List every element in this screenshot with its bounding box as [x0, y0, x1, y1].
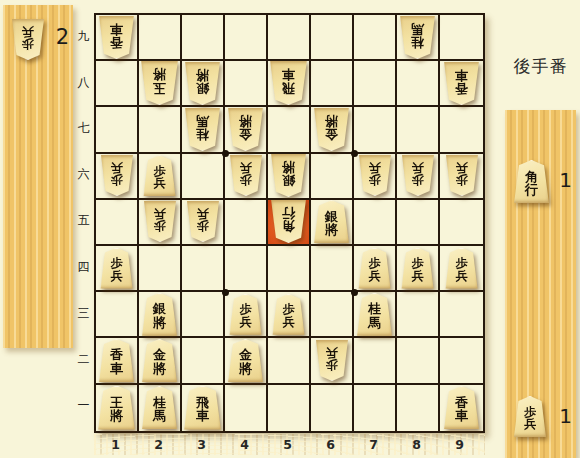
shogi-piece-銀將-sente[interactable]: 銀將 — [270, 154, 307, 197]
piece-face: 歩兵 — [445, 248, 479, 289]
square-f8-r1[interactable] — [397, 385, 440, 431]
square-f8-r5[interactable] — [397, 200, 440, 246]
piece-face: 飛車 — [183, 386, 222, 430]
square-f7-r5[interactable] — [354, 200, 397, 246]
piece-face: 香車 — [98, 339, 135, 382]
hand-count: 1 — [559, 168, 572, 192]
file-label-5: 5 — [266, 434, 309, 455]
shogi-piece-香車-gote[interactable]: 香車 — [98, 339, 135, 382]
shogi-piece-香車-sente[interactable]: 香車 — [98, 16, 135, 59]
piece-face: 歩兵 — [100, 155, 134, 196]
shogi-piece-香車-gote[interactable]: 香車 — [443, 386, 480, 429]
square-f1-r8[interactable] — [96, 61, 139, 107]
piece-face: 香車 — [443, 386, 480, 429]
square-f4-r6[interactable]: 歩兵 — [225, 154, 268, 200]
square-f2-r8[interactable]: 玉將 — [139, 61, 182, 107]
square-f3-r6[interactable] — [182, 154, 225, 200]
square-f7-r3[interactable]: 桂馬 — [354, 292, 397, 338]
square-f4-r2[interactable]: 金將 — [225, 338, 268, 384]
sente-hand-tray: 歩兵2 — [3, 5, 73, 348]
shogi-piece-歩兵-gote[interactable]: 歩兵 — [401, 248, 435, 289]
square-f1-r1[interactable]: 王將 — [96, 385, 139, 431]
shogi-piece-金將-sente[interactable]: 金將 — [227, 108, 264, 151]
square-f2-r3[interactable]: 銀將 — [139, 292, 182, 338]
last-move-square-f5-r5[interactable]: 角行 — [268, 200, 311, 246]
piece-face: 金將 — [141, 339, 178, 382]
square-f6-r3[interactable] — [311, 292, 354, 338]
piece-face: 桂馬 — [184, 108, 221, 151]
piece-face: 桂馬 — [356, 293, 393, 336]
square-f1-r5[interactable] — [96, 200, 139, 246]
rank-label-四: 四 — [74, 244, 93, 290]
file-label-7: 7 — [352, 434, 395, 455]
square-f9-r2[interactable] — [440, 338, 483, 384]
square-f1-r4[interactable]: 歩兵 — [96, 246, 139, 292]
piece-face: 玉將 — [140, 61, 179, 105]
shogi-piece-銀將-gote[interactable]: 銀將 — [141, 293, 178, 336]
shogi-piece-歩兵-sente[interactable]: 歩兵 — [11, 19, 45, 60]
file-labels: 123456789 — [94, 434, 485, 455]
piece-face: 銀將 — [313, 200, 350, 243]
shogi-piece-歩兵-sente[interactable]: 歩兵 — [445, 155, 479, 196]
piece-face: 歩兵 — [401, 155, 435, 196]
square-f2-r7[interactable] — [139, 107, 182, 153]
square-f6-r1[interactable] — [311, 385, 354, 431]
square-f4-r3[interactable]: 歩兵 — [225, 292, 268, 338]
square-f7-r6[interactable]: 歩兵 — [354, 154, 397, 200]
square-f9-r9[interactable] — [440, 15, 483, 61]
shogi-piece-桂馬-sente[interactable]: 桂馬 — [184, 108, 221, 151]
shogi-piece-歩兵-sente[interactable]: 歩兵 — [186, 201, 220, 242]
square-f3-r8[interactable]: 銀將 — [182, 61, 225, 107]
square-f9-r3[interactable] — [440, 292, 483, 338]
shogi-piece-金將-gote[interactable]: 金將 — [227, 339, 264, 382]
piece-face: 歩兵 — [401, 248, 435, 289]
square-f9-r8[interactable]: 香車 — [440, 61, 483, 107]
square-f1-r3[interactable] — [96, 292, 139, 338]
piece-face: 桂馬 — [399, 16, 436, 59]
shogi-piece-飛車-sente[interactable]: 飛車 — [269, 61, 308, 105]
square-f8-r2[interactable] — [397, 338, 440, 384]
shogi-piece-歩兵-gote[interactable]: 歩兵 — [272, 294, 306, 335]
shogi-piece-歩兵-sente[interactable]: 歩兵 — [358, 155, 392, 196]
shogi-app: 歩兵2 九八七六五四三二一 香車桂馬玉將銀將飛車香車桂馬金將金將歩兵歩兵歩兵銀將… — [0, 0, 580, 458]
square-f2-r2[interactable]: 金將 — [139, 338, 182, 384]
piece-face: 王將 — [97, 386, 136, 430]
square-f1-r6[interactable]: 歩兵 — [96, 154, 139, 200]
square-f7-r2[interactable] — [354, 338, 397, 384]
square-f9-r4[interactable]: 歩兵 — [440, 246, 483, 292]
shogi-piece-金將-sente[interactable]: 金將 — [313, 108, 350, 151]
piece-face: 金將 — [227, 108, 264, 151]
shogi-piece-銀將-sente[interactable]: 銀將 — [184, 62, 221, 105]
piece-face: 歩兵 — [100, 248, 134, 289]
piece-face: 銀將 — [270, 154, 307, 197]
square-f9-r7[interactable] — [440, 107, 483, 153]
rank-label-八: 八 — [74, 59, 93, 105]
square-f8-r9[interactable]: 桂馬 — [397, 15, 440, 61]
turn-indicator: 後手番 — [503, 55, 578, 78]
shogi-piece-角行-gote[interactable]: 角行 — [513, 160, 550, 203]
square-f5-r9[interactable] — [268, 15, 311, 61]
square-f9-r5[interactable] — [440, 200, 483, 246]
square-f6-r5[interactable]: 銀將 — [311, 200, 354, 246]
hoshi-dot — [351, 289, 358, 296]
square-f1-r7[interactable] — [96, 107, 139, 153]
rank-labels: 九八七六五四三二一 — [74, 13, 93, 429]
rank-label-三: 三 — [74, 290, 93, 336]
shogi-piece-歩兵-gote[interactable]: 歩兵 — [143, 155, 177, 196]
shogi-piece-桂馬-sente[interactable]: 桂馬 — [399, 16, 436, 59]
piece-face: 銀將 — [184, 62, 221, 105]
shogi-piece-玉將-sente[interactable]: 玉將 — [140, 61, 179, 105]
square-f3-r7[interactable]: 桂馬 — [182, 107, 225, 153]
square-f6-r8[interactable] — [311, 61, 354, 107]
square-f5-r1[interactable] — [268, 385, 311, 431]
piece-face: 歩兵 — [358, 248, 392, 289]
file-label-2: 2 — [137, 434, 180, 455]
square-f8-r8[interactable] — [397, 61, 440, 107]
square-f3-r9[interactable] — [182, 15, 225, 61]
square-f8-r4[interactable]: 歩兵 — [397, 246, 440, 292]
piece-face: 歩兵 — [445, 155, 479, 196]
shogi-piece-香車-sente[interactable]: 香車 — [443, 62, 480, 105]
square-f5-r8[interactable]: 飛車 — [268, 61, 311, 107]
rank-label-一: 一 — [74, 383, 93, 429]
piece-face: 歩兵 — [186, 201, 220, 242]
hoshi-dot — [351, 150, 358, 157]
square-f4-r8[interactable] — [225, 61, 268, 107]
piece-face: 歩兵 — [315, 340, 349, 381]
rank-label-二: 二 — [74, 336, 93, 382]
piece-face: 金將 — [313, 108, 350, 151]
hand-slot-gote-歩兵: 歩兵1 — [505, 396, 576, 446]
shogi-board: 香車桂馬玉將銀將飛車香車桂馬金將金將歩兵歩兵歩兵銀將歩兵歩兵歩兵歩兵歩兵角行銀將… — [94, 13, 485, 433]
square-f8-r7[interactable] — [397, 107, 440, 153]
square-f3-r4[interactable] — [182, 246, 225, 292]
hand-count: 2 — [56, 25, 69, 49]
square-f4-r5[interactable] — [225, 200, 268, 246]
square-f8-r3[interactable] — [397, 292, 440, 338]
piece-face: 歩兵 — [143, 201, 177, 242]
hoshi-dot — [222, 150, 229, 157]
file-label-4: 4 — [223, 434, 266, 455]
piece-face: 香車 — [443, 62, 480, 105]
file-label-3: 3 — [180, 434, 223, 455]
square-f2-r6[interactable]: 歩兵 — [139, 154, 182, 200]
square-f5-r6[interactable]: 銀將 — [268, 154, 311, 200]
shogi-piece-歩兵-gote[interactable]: 歩兵 — [513, 396, 547, 437]
square-f5-r3[interactable]: 歩兵 — [268, 292, 311, 338]
square-f6-r9[interactable] — [311, 15, 354, 61]
piece-face: 桂馬 — [141, 386, 178, 429]
shogi-piece-桂馬-gote[interactable]: 桂馬 — [141, 386, 178, 429]
shogi-piece-銀將-gote[interactable]: 銀將 — [313, 200, 350, 243]
square-f7-r4[interactable]: 歩兵 — [354, 246, 397, 292]
rank-label-九: 九 — [74, 13, 93, 59]
piece-face: 歩兵 — [11, 19, 45, 60]
square-f9-r6[interactable]: 歩兵 — [440, 154, 483, 200]
square-f6-r4[interactable] — [311, 246, 354, 292]
square-f4-r1[interactable] — [225, 385, 268, 431]
square-f3-r2[interactable] — [182, 338, 225, 384]
square-f9-r1[interactable]: 香車 — [440, 385, 483, 431]
piece-face: 歩兵 — [229, 155, 263, 196]
square-f2-r5[interactable]: 歩兵 — [139, 200, 182, 246]
shogi-piece-桂馬-gote[interactable]: 桂馬 — [356, 293, 393, 336]
file-label-1: 1 — [94, 434, 137, 455]
piece-face: 歩兵 — [143, 155, 177, 196]
piece-face: 金將 — [227, 339, 264, 382]
file-label-8: 8 — [395, 434, 438, 455]
piece-face: 歩兵 — [272, 294, 306, 335]
square-f3-r5[interactable]: 歩兵 — [182, 200, 225, 246]
square-f2-r4[interactable] — [139, 246, 182, 292]
square-f4-r9[interactable] — [225, 15, 268, 61]
gote-hand-tray: 角行1歩兵1 — [505, 110, 576, 458]
shogi-piece-歩兵-gote[interactable]: 歩兵 — [100, 248, 134, 289]
shogi-piece-王將-gote[interactable]: 王將 — [97, 386, 136, 430]
square-f4-r4[interactable] — [225, 246, 268, 292]
square-f8-r6[interactable]: 歩兵 — [397, 154, 440, 200]
piece-face: 香車 — [98, 16, 135, 59]
hand-count: 1 — [559, 404, 572, 428]
hand-slot-gote-角行: 角行1 — [505, 160, 576, 210]
piece-face: 銀將 — [141, 293, 178, 336]
square-f7-r1[interactable] — [354, 385, 397, 431]
square-f4-r7[interactable]: 金將 — [225, 107, 268, 153]
piece-face: 角行 — [270, 200, 307, 243]
square-f2-r9[interactable] — [139, 15, 182, 61]
piece-face: 飛車 — [269, 61, 308, 105]
square-f3-r1[interactable]: 飛車 — [182, 385, 225, 431]
square-f5-r4[interactable] — [268, 246, 311, 292]
file-label-6: 6 — [309, 434, 352, 455]
rank-label-七: 七 — [74, 105, 93, 151]
shogi-piece-歩兵-sente[interactable]: 歩兵 — [401, 155, 435, 196]
rank-label-五: 五 — [74, 198, 93, 244]
square-f7-r8[interactable] — [354, 61, 397, 107]
shogi-piece-歩兵-sente[interactable]: 歩兵 — [143, 201, 177, 242]
rank-label-六: 六 — [74, 152, 93, 198]
piece-face: 歩兵 — [513, 396, 547, 437]
shogi-piece-飛車-gote[interactable]: 飛車 — [183, 386, 222, 430]
square-f3-r3[interactable] — [182, 292, 225, 338]
shogi-piece-角行-sente[interactable]: 角行 — [270, 200, 307, 243]
piece-face: 歩兵 — [358, 155, 392, 196]
square-f1-r2[interactable]: 香車 — [96, 338, 139, 384]
square-f2-r1[interactable]: 桂馬 — [139, 385, 182, 431]
square-f1-r9[interactable]: 香車 — [96, 15, 139, 61]
shogi-piece-金將-gote[interactable]: 金將 — [141, 339, 178, 382]
hoshi-dot — [222, 289, 229, 296]
square-f6-r2[interactable]: 歩兵 — [311, 338, 354, 384]
shogi-piece-歩兵-gote[interactable]: 歩兵 — [229, 294, 263, 335]
square-f7-r7[interactable] — [354, 107, 397, 153]
file-label-9: 9 — [438, 434, 481, 455]
square-f5-r2[interactable] — [268, 338, 311, 384]
shogi-piece-歩兵-sente[interactable]: 歩兵 — [315, 340, 349, 381]
shogi-piece-歩兵-sente[interactable]: 歩兵 — [229, 155, 263, 196]
square-f7-r9[interactable] — [354, 15, 397, 61]
piece-face: 角行 — [513, 160, 550, 203]
piece-face: 歩兵 — [229, 294, 263, 335]
square-f6-r6[interactable] — [311, 154, 354, 200]
hand-slot-sente-歩兵: 歩兵2 — [3, 19, 73, 69]
shogi-piece-歩兵-gote[interactable]: 歩兵 — [358, 248, 392, 289]
shogi-piece-歩兵-gote[interactable]: 歩兵 — [445, 248, 479, 289]
shogi-piece-歩兵-sente[interactable]: 歩兵 — [100, 155, 134, 196]
square-f5-r7[interactable] — [268, 107, 311, 153]
square-f6-r7[interactable]: 金將 — [311, 107, 354, 153]
